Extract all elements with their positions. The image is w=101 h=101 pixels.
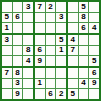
cell-r8c4[interactable]: 1 (35, 79, 45, 89)
cell-r5c7[interactable]: 7 (68, 46, 78, 56)
cell-r6c6[interactable] (56, 56, 66, 66)
cell-r1c1[interactable] (2, 2, 12, 12)
sudoku-box-1: 3561 (2, 2, 33, 33)
cell-r2c3[interactable] (23, 13, 33, 23)
cell-r4c2[interactable] (13, 35, 23, 45)
cell-r7c9[interactable]: 6 (89, 68, 99, 78)
cell-r8c2[interactable]: 3 (13, 79, 23, 89)
cell-r2c5[interactable] (46, 13, 56, 23)
cell-r7c8[interactable] (79, 68, 89, 78)
cell-r3c4[interactable] (35, 23, 45, 33)
cell-r7c1[interactable]: 7 (2, 68, 12, 78)
cell-r7c5[interactable] (46, 68, 56, 78)
cell-r5c6[interactable]: 1 (56, 46, 66, 56)
cell-r9c7[interactable]: 5 (68, 89, 78, 99)
cell-r3c9[interactable]: 4 (89, 23, 99, 33)
cell-r4c9[interactable] (89, 35, 99, 45)
cell-r5c8[interactable] (79, 46, 89, 56)
sudoku-box-7: 7839 (2, 68, 33, 99)
sudoku-box-3: 5864 (68, 2, 99, 33)
cell-r4c1[interactable]: 3 (2, 35, 12, 45)
cell-r1c2[interactable] (13, 2, 23, 12)
cell-r7c7[interactable] (68, 68, 78, 78)
cell-r5c3[interactable]: 8 (23, 46, 33, 56)
cell-r9c9[interactable] (89, 89, 99, 99)
cell-r7c6[interactable] (56, 68, 66, 78)
cell-r5c1[interactable] (2, 46, 12, 56)
cell-r6c2[interactable] (13, 56, 23, 66)
cell-r5c4[interactable]: 6 (35, 46, 45, 56)
cell-r2c4[interactable] (35, 13, 45, 23)
cell-r9c5[interactable]: 6 (46, 89, 56, 99)
cell-r3c3[interactable] (23, 23, 33, 33)
sudoku-box-5: 5619 (35, 35, 66, 66)
cell-r1c9[interactable] (89, 2, 99, 12)
cell-r9c1[interactable] (2, 89, 12, 99)
cell-r1c3[interactable]: 3 (23, 2, 33, 12)
cell-r7c3[interactable] (23, 68, 33, 78)
cell-r6c5[interactable] (46, 56, 56, 66)
cell-r4c8[interactable] (79, 35, 89, 45)
cell-r5c2[interactable] (13, 46, 23, 56)
cell-r8c3[interactable] (23, 79, 33, 89)
cell-r6c3[interactable]: 4 (23, 56, 33, 66)
cell-r5c9[interactable] (89, 46, 99, 56)
cell-r2c6[interactable]: 3 (56, 13, 66, 23)
cell-r7c2[interactable]: 8 (13, 68, 23, 78)
cell-r9c6[interactable]: 2 (56, 89, 66, 99)
cell-r1c6[interactable] (56, 2, 66, 12)
cell-r4c4[interactable] (35, 35, 45, 45)
cell-r8c5[interactable] (46, 79, 56, 89)
sudoku-box-2: 723 (35, 2, 66, 33)
cell-r3c5[interactable] (46, 23, 56, 33)
cell-r3c6[interactable] (56, 23, 66, 33)
sudoku-box-8: 162 (35, 68, 66, 99)
cell-r8c1[interactable] (2, 79, 12, 89)
sudoku-board: 35617235864384561947578391626495 (0, 0, 101, 101)
sudoku-box-6: 475 (68, 35, 99, 66)
cell-r1c4[interactable]: 7 (35, 2, 45, 12)
cell-r2c8[interactable]: 8 (79, 13, 89, 23)
cell-r6c7[interactable] (68, 56, 78, 66)
cell-r3c1[interactable]: 1 (2, 23, 12, 33)
cell-r9c2[interactable]: 9 (13, 89, 23, 99)
cell-r8c7[interactable] (68, 79, 78, 89)
cell-r1c5[interactable]: 2 (46, 2, 56, 12)
cell-r5c5[interactable] (46, 46, 56, 56)
cell-r3c7[interactable] (68, 23, 78, 33)
cell-r4c7[interactable]: 4 (68, 35, 78, 45)
cell-r8c9[interactable]: 9 (89, 79, 99, 89)
cell-r9c3[interactable] (23, 89, 33, 99)
cell-r6c4[interactable]: 9 (35, 56, 45, 66)
cell-r2c7[interactable] (68, 13, 78, 23)
sudoku-box-9: 6495 (68, 68, 99, 99)
cell-r6c1[interactable] (2, 56, 12, 66)
cell-r2c1[interactable]: 5 (2, 13, 12, 23)
cell-r1c7[interactable] (68, 2, 78, 12)
cell-r4c5[interactable] (46, 35, 56, 45)
cell-r4c3[interactable] (23, 35, 33, 45)
cell-r1c8[interactable]: 5 (79, 2, 89, 12)
sudoku-box-4: 384 (2, 35, 33, 66)
cell-r3c2[interactable] (13, 23, 23, 33)
cell-r2c9[interactable] (89, 13, 99, 23)
cell-r7c4[interactable] (35, 68, 45, 78)
cell-r8c8[interactable]: 4 (79, 79, 89, 89)
cell-r9c4[interactable] (35, 89, 45, 99)
cell-r3c8[interactable]: 6 (79, 23, 89, 33)
cell-r8c6[interactable] (56, 79, 66, 89)
cell-r4c6[interactable]: 5 (56, 35, 66, 45)
cell-r6c9[interactable]: 5 (89, 56, 99, 66)
cell-r2c2[interactable]: 6 (13, 13, 23, 23)
cell-r9c8[interactable] (79, 89, 89, 99)
cell-r6c8[interactable] (79, 56, 89, 66)
